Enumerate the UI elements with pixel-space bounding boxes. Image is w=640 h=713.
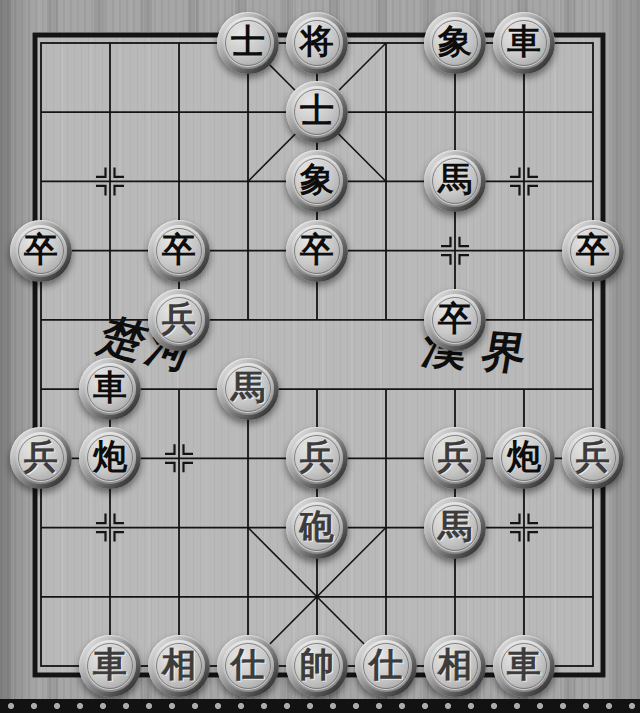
piece-glyph: 馬: [438, 510, 472, 544]
piece-black-chariot[interactable]: 車: [493, 12, 555, 74]
piece-red-advisor[interactable]: 仕: [217, 635, 279, 697]
piece-glyph: 兵: [300, 440, 334, 474]
piece-black-soldier[interactable]: 卒: [148, 220, 210, 282]
piece-red-soldier[interactable]: 兵: [10, 427, 72, 489]
piece-glyph: 帥: [300, 648, 334, 682]
piece-black-chariot[interactable]: 車: [79, 358, 141, 420]
piece-red-advisor[interactable]: 仕: [355, 635, 417, 697]
piece-glyph: 象: [438, 25, 472, 59]
piece-glyph: 卒: [24, 233, 58, 267]
piece-glyph: 相: [438, 648, 472, 682]
piece-black-advisor[interactable]: 士: [217, 12, 279, 74]
piece-red-horse[interactable]: 馬: [424, 497, 486, 559]
piece-black-soldier[interactable]: 卒: [424, 289, 486, 351]
piece-black-general[interactable]: 将: [286, 12, 348, 74]
piece-glyph: 卒: [300, 233, 334, 267]
piece-glyph: 卒: [438, 302, 472, 336]
piece-glyph: 車: [507, 25, 541, 59]
piece-black-cannon[interactable]: 炮: [493, 427, 555, 489]
bottom-edge-strip: [0, 699, 640, 713]
piece-glyph: 卒: [162, 233, 196, 267]
piece-red-cannon[interactable]: 砲: [286, 497, 348, 559]
piece-glyph: 車: [507, 648, 541, 682]
piece-glyph: 仕: [231, 648, 265, 682]
piece-black-horse[interactable]: 馬: [424, 150, 486, 212]
piece-glyph: 士: [231, 25, 265, 59]
piece-red-soldier[interactable]: 兵: [562, 427, 624, 489]
piece-glyph: 士: [300, 94, 334, 128]
piece-glyph: 炮: [93, 440, 127, 474]
piece-red-horse[interactable]: 馬: [217, 358, 279, 420]
piece-red-elephant[interactable]: 相: [148, 635, 210, 697]
xiangqi-board: 楚河 漢界 士将象車士象馬卒卒卒卒兵卒車馬兵炮兵兵炮兵砲馬車相仕帥仕相車: [0, 0, 640, 713]
piece-glyph: 兵: [24, 440, 58, 474]
piece-glyph: 仕: [369, 648, 403, 682]
piece-black-soldier[interactable]: 卒: [10, 220, 72, 282]
piece-glyph: 砲: [300, 510, 334, 544]
piece-red-soldier[interactable]: 兵: [148, 289, 210, 351]
piece-glyph: 馬: [438, 163, 472, 197]
piece-black-cannon[interactable]: 炮: [79, 427, 141, 489]
piece-red-general[interactable]: 帥: [286, 635, 348, 697]
piece-glyph: 兵: [438, 440, 472, 474]
piece-glyph: 卒: [576, 233, 610, 267]
piece-red-elephant[interactable]: 相: [424, 635, 486, 697]
piece-black-soldier[interactable]: 卒: [562, 220, 624, 282]
piece-glyph: 象: [300, 163, 334, 197]
piece-black-elephant[interactable]: 象: [424, 12, 486, 74]
piece-black-advisor[interactable]: 士: [286, 81, 348, 143]
piece-red-soldier[interactable]: 兵: [286, 427, 348, 489]
piece-glyph: 兵: [576, 440, 610, 474]
piece-black-elephant[interactable]: 象: [286, 150, 348, 212]
piece-glyph: 馬: [231, 371, 265, 405]
piece-red-chariot[interactable]: 車: [493, 635, 555, 697]
piece-red-soldier[interactable]: 兵: [424, 427, 486, 489]
piece-black-soldier[interactable]: 卒: [286, 220, 348, 282]
piece-glyph: 車: [93, 648, 127, 682]
piece-red-chariot[interactable]: 車: [79, 635, 141, 697]
piece-glyph: 車: [93, 371, 127, 405]
piece-glyph: 将: [300, 25, 334, 59]
piece-glyph: 兵: [162, 302, 196, 336]
piece-glyph: 相: [162, 648, 196, 682]
piece-glyph: 炮: [507, 440, 541, 474]
